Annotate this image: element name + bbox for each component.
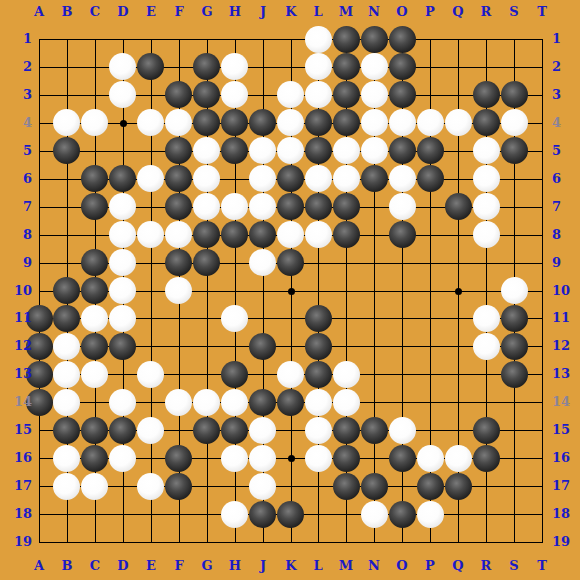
column-label-bottom-N: N: [363, 558, 385, 574]
row-label-left-4: 4: [2, 115, 32, 131]
row-label-right-14: 14: [552, 394, 580, 410]
white-stone-E17: [137, 473, 164, 500]
white-stone-D2: [109, 53, 136, 80]
white-stone-S10: [501, 277, 528, 304]
white-stone-G6: [193, 165, 220, 192]
white-stone-K5: [277, 137, 304, 164]
black-stone-K6: [277, 165, 304, 192]
column-label-bottom-B: B: [56, 558, 78, 574]
column-label-bottom-P: P: [419, 558, 441, 574]
white-stone-L14: [305, 389, 332, 416]
black-stone-L4: [305, 109, 332, 136]
white-stone-K3: [277, 81, 304, 108]
grid-line-horizontal: [39, 542, 543, 543]
black-stone-C7: [81, 193, 108, 220]
row-label-left-11: 11: [2, 310, 32, 326]
row-label-right-16: 16: [552, 450, 580, 466]
black-stone-O5: [389, 137, 416, 164]
white-stone-F10: [165, 277, 192, 304]
column-label-bottom-C: C: [84, 558, 106, 574]
white-stone-D14: [109, 389, 136, 416]
row-label-left-12: 12: [2, 338, 32, 354]
row-label-right-11: 11: [552, 310, 580, 326]
black-stone-K9: [277, 249, 304, 276]
black-stone-O1: [389, 26, 416, 53]
column-label-top-Q: Q: [447, 4, 469, 20]
white-stone-E6: [137, 165, 164, 192]
white-stone-G7: [193, 193, 220, 220]
white-stone-K13: [277, 361, 304, 388]
white-stone-O4: [389, 109, 416, 136]
black-stone-L5: [305, 137, 332, 164]
black-stone-B11: [53, 305, 80, 332]
white-stone-N5: [361, 137, 388, 164]
black-stone-L13: [305, 361, 332, 388]
column-label-top-J: J: [252, 4, 274, 20]
column-label-top-N: N: [363, 4, 385, 20]
black-stone-J14: [249, 389, 276, 416]
white-stone-D3: [109, 81, 136, 108]
white-stone-H3: [221, 81, 248, 108]
white-stone-D16: [109, 445, 136, 472]
star-point: [455, 288, 462, 295]
black-stone-M7: [333, 193, 360, 220]
column-label-top-P: P: [419, 4, 441, 20]
black-stone-N6: [361, 165, 388, 192]
column-label-top-O: O: [391, 4, 413, 20]
black-stone-R4: [473, 109, 500, 136]
black-stone-N1: [361, 26, 388, 53]
white-stone-B16: [53, 445, 80, 472]
white-stone-N4: [361, 109, 388, 136]
row-label-left-2: 2: [2, 59, 32, 75]
white-stone-L2: [305, 53, 332, 80]
column-label-bottom-E: E: [140, 558, 162, 574]
white-stone-R5: [473, 137, 500, 164]
black-stone-L12: [305, 333, 332, 360]
black-stone-C15: [81, 417, 108, 444]
black-stone-D12: [109, 333, 136, 360]
grid-line-vertical: [542, 39, 543, 543]
white-stone-N3: [361, 81, 388, 108]
black-stone-R16: [473, 445, 500, 472]
black-stone-P17: [417, 473, 444, 500]
white-stone-F14: [165, 389, 192, 416]
white-stone-M6: [333, 165, 360, 192]
black-stone-M3: [333, 81, 360, 108]
white-stone-C11: [81, 305, 108, 332]
black-stone-J12: [249, 333, 276, 360]
white-stone-L1: [305, 26, 332, 53]
white-stone-S4: [501, 109, 528, 136]
white-stone-B12: [53, 333, 80, 360]
white-stone-H2: [221, 53, 248, 80]
row-label-right-4: 4: [552, 115, 580, 131]
row-label-left-17: 17: [2, 478, 32, 494]
black-stone-N17: [361, 473, 388, 500]
white-stone-B17: [53, 473, 80, 500]
row-label-right-3: 3: [552, 87, 580, 103]
black-stone-B5: [53, 137, 80, 164]
column-label-bottom-K: K: [280, 558, 302, 574]
column-label-bottom-A: A: [28, 558, 50, 574]
go-board[interactable]: AABBCCDDEEFFGGHHJJKKLLMMNNOOPPQQRRSSTT11…: [0, 0, 580, 580]
black-stone-F16: [165, 445, 192, 472]
column-label-bottom-M: M: [335, 558, 357, 574]
black-stone-H4: [221, 109, 248, 136]
white-stone-P4: [417, 109, 444, 136]
row-label-left-15: 15: [2, 422, 32, 438]
column-label-top-F: F: [168, 4, 190, 20]
black-stone-L7: [305, 193, 332, 220]
column-label-top-R: R: [475, 4, 497, 20]
white-stone-M14: [333, 389, 360, 416]
black-stone-S13: [501, 361, 528, 388]
black-stone-N15: [361, 417, 388, 444]
black-stone-H8: [221, 221, 248, 248]
white-stone-H11: [221, 305, 248, 332]
black-stone-J4: [249, 109, 276, 136]
white-stone-O6: [389, 165, 416, 192]
white-stone-K4: [277, 109, 304, 136]
white-stone-Q16: [445, 445, 472, 472]
row-label-left-10: 10: [2, 283, 32, 299]
white-stone-E15: [137, 417, 164, 444]
column-label-bottom-L: L: [307, 558, 329, 574]
column-label-top-M: M: [335, 4, 357, 20]
column-label-top-S: S: [503, 4, 525, 20]
column-label-bottom-H: H: [224, 558, 246, 574]
column-label-bottom-F: F: [168, 558, 190, 574]
black-stone-C12: [81, 333, 108, 360]
white-stone-L8: [305, 221, 332, 248]
black-stone-M2: [333, 53, 360, 80]
row-label-right-7: 7: [552, 199, 580, 215]
white-stone-D8: [109, 221, 136, 248]
column-label-bottom-O: O: [391, 558, 413, 574]
black-stone-O8: [389, 221, 416, 248]
white-stone-J15: [249, 417, 276, 444]
white-stone-E4: [137, 109, 164, 136]
star-point: [288, 288, 295, 295]
row-label-right-2: 2: [552, 59, 580, 75]
white-stone-F4: [165, 109, 192, 136]
column-label-bottom-J: J: [252, 558, 274, 574]
black-stone-G4: [193, 109, 220, 136]
black-stone-S11: [501, 305, 528, 332]
black-stone-Q17: [445, 473, 472, 500]
white-stone-D10: [109, 277, 136, 304]
black-stone-R15: [473, 417, 500, 444]
black-stone-K14: [277, 389, 304, 416]
white-stone-P16: [417, 445, 444, 472]
black-stone-C10: [81, 277, 108, 304]
row-label-left-16: 16: [2, 450, 32, 466]
black-stone-M16: [333, 445, 360, 472]
row-label-right-12: 12: [552, 338, 580, 354]
column-label-top-K: K: [280, 4, 302, 20]
row-label-right-10: 10: [552, 283, 580, 299]
black-stone-E2: [137, 53, 164, 80]
white-stone-C13: [81, 361, 108, 388]
row-label-right-1: 1: [552, 31, 580, 47]
row-label-right-18: 18: [552, 506, 580, 522]
row-label-left-19: 19: [2, 534, 32, 550]
white-stone-D9: [109, 249, 136, 276]
black-stone-F6: [165, 165, 192, 192]
black-stone-F7: [165, 193, 192, 220]
black-stone-G9: [193, 249, 220, 276]
black-stone-R3: [473, 81, 500, 108]
white-stone-D7: [109, 193, 136, 220]
white-stone-D11: [109, 305, 136, 332]
black-stone-K7: [277, 193, 304, 220]
black-stone-C9: [81, 249, 108, 276]
white-stone-O15: [389, 417, 416, 444]
black-stone-O16: [389, 445, 416, 472]
white-stone-J9: [249, 249, 276, 276]
column-label-bottom-R: R: [475, 558, 497, 574]
row-label-left-6: 6: [2, 171, 32, 187]
white-stone-H14: [221, 389, 248, 416]
row-label-left-5: 5: [2, 143, 32, 159]
black-stone-G15: [193, 417, 220, 444]
white-stone-R11: [473, 305, 500, 332]
white-stone-L16: [305, 445, 332, 472]
row-label-right-13: 13: [552, 366, 580, 382]
white-stone-H16: [221, 445, 248, 472]
white-stone-C4: [81, 109, 108, 136]
white-stone-J5: [249, 137, 276, 164]
white-stone-L6: [305, 165, 332, 192]
row-label-right-6: 6: [552, 171, 580, 187]
white-stone-B4: [53, 109, 80, 136]
white-stone-J17: [249, 473, 276, 500]
black-stone-O3: [389, 81, 416, 108]
column-label-bottom-Q: Q: [447, 558, 469, 574]
star-point: [288, 455, 295, 462]
black-stone-S5: [501, 137, 528, 164]
black-stone-S3: [501, 81, 528, 108]
black-stone-Q7: [445, 193, 472, 220]
black-stone-M1: [333, 26, 360, 53]
black-stone-F9: [165, 249, 192, 276]
black-stone-H5: [221, 137, 248, 164]
row-label-right-17: 17: [552, 478, 580, 494]
row-label-left-3: 3: [2, 87, 32, 103]
white-stone-K8: [277, 221, 304, 248]
white-stone-J16: [249, 445, 276, 472]
white-stone-N18: [361, 501, 388, 528]
white-stone-E13: [137, 361, 164, 388]
column-label-top-B: B: [56, 4, 78, 20]
black-stone-B10: [53, 277, 80, 304]
black-stone-P6: [417, 165, 444, 192]
column-label-top-E: E: [140, 4, 162, 20]
white-stone-R6: [473, 165, 500, 192]
row-label-left-1: 1: [2, 31, 32, 47]
column-label-bottom-S: S: [503, 558, 525, 574]
white-stone-G5: [193, 137, 220, 164]
white-stone-G14: [193, 389, 220, 416]
column-label-bottom-D: D: [112, 558, 134, 574]
white-stone-Q4: [445, 109, 472, 136]
row-label-left-14: 14: [2, 394, 32, 410]
column-label-top-T: T: [531, 4, 553, 20]
row-label-left-7: 7: [2, 199, 32, 215]
black-stone-G8: [193, 221, 220, 248]
column-label-top-G: G: [196, 4, 218, 20]
white-stone-R8: [473, 221, 500, 248]
white-stone-L3: [305, 81, 332, 108]
white-stone-F8: [165, 221, 192, 248]
row-label-left-9: 9: [2, 255, 32, 271]
white-stone-P18: [417, 501, 444, 528]
black-stone-K18: [277, 501, 304, 528]
column-label-bottom-G: G: [196, 558, 218, 574]
row-label-left-18: 18: [2, 506, 32, 522]
white-stone-N2: [361, 53, 388, 80]
star-point: [120, 120, 127, 127]
column-label-bottom-T: T: [531, 558, 553, 574]
black-stone-C6: [81, 165, 108, 192]
black-stone-F3: [165, 81, 192, 108]
row-label-right-5: 5: [552, 143, 580, 159]
row-label-right-15: 15: [552, 422, 580, 438]
black-stone-F17: [165, 473, 192, 500]
white-stone-O7: [389, 193, 416, 220]
row-label-right-9: 9: [552, 255, 580, 271]
white-stone-R7: [473, 193, 500, 220]
black-stone-L11: [305, 305, 332, 332]
black-stone-J8: [249, 221, 276, 248]
white-stone-B13: [53, 361, 80, 388]
column-label-top-A: A: [28, 4, 50, 20]
row-label-left-8: 8: [2, 227, 32, 243]
black-stone-B15: [53, 417, 80, 444]
black-stone-C16: [81, 445, 108, 472]
column-label-top-D: D: [112, 4, 134, 20]
white-stone-R12: [473, 333, 500, 360]
black-stone-G3: [193, 81, 220, 108]
white-stone-M13: [333, 361, 360, 388]
black-stone-J18: [249, 501, 276, 528]
white-stone-J7: [249, 193, 276, 220]
black-stone-M17: [333, 473, 360, 500]
row-label-right-19: 19: [552, 534, 580, 550]
white-stone-H18: [221, 501, 248, 528]
column-label-top-L: L: [307, 4, 329, 20]
row-label-left-13: 13: [2, 366, 32, 382]
black-stone-G2: [193, 53, 220, 80]
black-stone-H15: [221, 417, 248, 444]
black-stone-O2: [389, 53, 416, 80]
black-stone-M4: [333, 109, 360, 136]
black-stone-H13: [221, 361, 248, 388]
column-label-top-C: C: [84, 4, 106, 20]
white-stone-C17: [81, 473, 108, 500]
white-stone-M5: [333, 137, 360, 164]
black-stone-F5: [165, 137, 192, 164]
black-stone-M15: [333, 417, 360, 444]
black-stone-O18: [389, 501, 416, 528]
column-label-top-H: H: [224, 4, 246, 20]
black-stone-M8: [333, 221, 360, 248]
white-stone-B14: [53, 389, 80, 416]
black-stone-S12: [501, 333, 528, 360]
white-stone-E8: [137, 221, 164, 248]
black-stone-D6: [109, 165, 136, 192]
row-label-right-8: 8: [552, 227, 580, 243]
white-stone-J6: [249, 165, 276, 192]
white-stone-H7: [221, 193, 248, 220]
black-stone-D15: [109, 417, 136, 444]
white-stone-L15: [305, 417, 332, 444]
black-stone-P5: [417, 137, 444, 164]
